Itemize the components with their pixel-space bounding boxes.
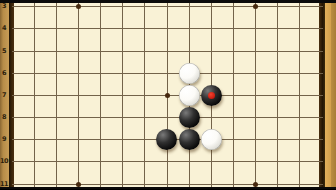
stone-white[interactable] <box>179 85 200 106</box>
stone-white[interactable] <box>179 63 200 84</box>
stone-black[interactable] <box>179 107 200 128</box>
letterbox-bottom-bar <box>0 187 336 190</box>
stone-white[interactable] <box>201 129 222 150</box>
app-screenshot: 34567891011 <box>0 0 336 189</box>
stones-layer <box>1 0 333 189</box>
last-move-marker <box>208 92 215 99</box>
stone-black[interactable] <box>179 129 200 150</box>
board-frame: 34567891011 <box>0 3 336 187</box>
stone-black[interactable] <box>201 85 222 106</box>
stone-black[interactable] <box>156 129 177 150</box>
